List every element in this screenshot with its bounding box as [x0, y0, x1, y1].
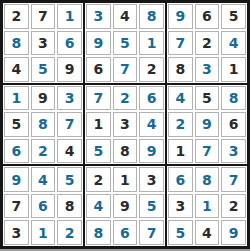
cell-r6c6[interactable]: 9 [139, 139, 164, 164]
cell-r8c3[interactable]: 8 [57, 194, 82, 219]
cell-r3c9[interactable]: 1 [221, 57, 246, 82]
sudoku-board: 2718364593489516729657248311935876247261… [0, 0, 250, 249]
cell-r8c2[interactable]: 6 [31, 194, 56, 219]
cell-r7c1[interactable]: 9 [4, 167, 29, 192]
cell-r7c9[interactable]: 7 [221, 167, 246, 192]
cell-r1c1[interactable]: 2 [4, 4, 29, 29]
cell-r5c9[interactable]: 6 [221, 112, 246, 137]
cell-r1c5[interactable]: 4 [113, 4, 138, 29]
cell-r8c4[interactable]: 4 [86, 194, 111, 219]
cell-r5c4[interactable]: 1 [86, 112, 111, 137]
box-1: 271836459 [2, 2, 84, 84]
cell-r9c7[interactable]: 5 [168, 220, 193, 245]
cell-r3c1[interactable]: 4 [4, 57, 29, 82]
cell-r8c1[interactable]: 7 [4, 194, 29, 219]
cell-r3c4[interactable]: 6 [86, 57, 111, 82]
cell-r7c7[interactable]: 6 [168, 167, 193, 192]
cell-r9c2[interactable]: 1 [31, 220, 56, 245]
cell-r8c8[interactable]: 1 [195, 194, 220, 219]
cell-r4c4[interactable]: 7 [86, 86, 111, 111]
cell-r8c7[interactable]: 3 [168, 194, 193, 219]
cell-r4c7[interactable]: 4 [168, 86, 193, 111]
box-9: 687312549 [166, 165, 248, 247]
cell-r9c5[interactable]: 6 [113, 220, 138, 245]
cell-r6c9[interactable]: 3 [221, 139, 246, 164]
cell-r5c7[interactable]: 2 [168, 112, 193, 137]
cell-r2c2[interactable]: 3 [31, 31, 56, 56]
cell-r2c4[interactable]: 9 [86, 31, 111, 56]
cell-r3c5[interactable]: 7 [113, 57, 138, 82]
cell-r6c1[interactable]: 6 [4, 139, 29, 164]
cell-r3c2[interactable]: 5 [31, 57, 56, 82]
cell-r4c1[interactable]: 1 [4, 86, 29, 111]
cell-r1c2[interactable]: 7 [31, 4, 56, 29]
cell-r9c9[interactable]: 9 [221, 220, 246, 245]
cell-r1c9[interactable]: 5 [221, 4, 246, 29]
cell-r3c8[interactable]: 3 [195, 57, 220, 82]
box-7: 945768312 [2, 165, 84, 247]
cell-r2c1[interactable]: 8 [4, 31, 29, 56]
cell-r7c2[interactable]: 4 [31, 167, 56, 192]
cell-r4c2[interactable]: 9 [31, 86, 56, 111]
cell-r1c6[interactable]: 8 [139, 4, 164, 29]
box-8: 213495867 [84, 165, 166, 247]
cell-r5c3[interactable]: 7 [57, 112, 82, 137]
cell-r1c8[interactable]: 6 [195, 4, 220, 29]
cell-r1c4[interactable]: 3 [86, 4, 111, 29]
cell-r6c7[interactable]: 1 [168, 139, 193, 164]
cell-r9c3[interactable]: 2 [57, 220, 82, 245]
cell-r6c4[interactable]: 5 [86, 139, 111, 164]
cell-r5c5[interactable]: 3 [113, 112, 138, 137]
cell-r6c3[interactable]: 4 [57, 139, 82, 164]
cell-r2c3[interactable]: 6 [57, 31, 82, 56]
box-4: 193587624 [2, 84, 84, 166]
cell-r4c9[interactable]: 8 [221, 86, 246, 111]
cell-r2c6[interactable]: 1 [139, 31, 164, 56]
cell-r3c7[interactable]: 8 [168, 57, 193, 82]
cell-r3c6[interactable]: 2 [139, 57, 164, 82]
box-6: 458296173 [166, 84, 248, 166]
cell-r6c2[interactable]: 2 [31, 139, 56, 164]
cell-r2c9[interactable]: 4 [221, 31, 246, 56]
cell-r8c9[interactable]: 2 [221, 194, 246, 219]
cell-r7c6[interactable]: 3 [139, 167, 164, 192]
cell-r1c7[interactable]: 9 [168, 4, 193, 29]
cell-r7c4[interactable]: 2 [86, 167, 111, 192]
cell-r8c6[interactable]: 5 [139, 194, 164, 219]
cell-r9c8[interactable]: 4 [195, 220, 220, 245]
cell-r2c5[interactable]: 5 [113, 31, 138, 56]
cell-r5c2[interactable]: 8 [31, 112, 56, 137]
cell-r5c8[interactable]: 9 [195, 112, 220, 137]
cell-r1c3[interactable]: 1 [57, 4, 82, 29]
cell-r9c1[interactable]: 3 [4, 220, 29, 245]
cell-r4c6[interactable]: 6 [139, 86, 164, 111]
box-5: 726134589 [84, 84, 166, 166]
box-3: 965724831 [166, 2, 248, 84]
box-2: 348951672 [84, 2, 166, 84]
cell-r6c5[interactable]: 8 [113, 139, 138, 164]
cell-r4c3[interactable]: 3 [57, 86, 82, 111]
cell-r4c8[interactable]: 5 [195, 86, 220, 111]
cell-r5c6[interactable]: 4 [139, 112, 164, 137]
cell-r8c5[interactable]: 9 [113, 194, 138, 219]
cell-r2c8[interactable]: 2 [195, 31, 220, 56]
cell-r3c3[interactable]: 9 [57, 57, 82, 82]
cell-r2c7[interactable]: 7 [168, 31, 193, 56]
cell-r7c5[interactable]: 1 [113, 167, 138, 192]
cell-r7c3[interactable]: 5 [57, 167, 82, 192]
cell-r7c8[interactable]: 8 [195, 167, 220, 192]
cell-r9c6[interactable]: 7 [139, 220, 164, 245]
cell-r9c4[interactable]: 8 [86, 220, 111, 245]
cell-r4c5[interactable]: 2 [113, 86, 138, 111]
cell-r6c8[interactable]: 7 [195, 139, 220, 164]
cell-r5c1[interactable]: 5 [4, 112, 29, 137]
